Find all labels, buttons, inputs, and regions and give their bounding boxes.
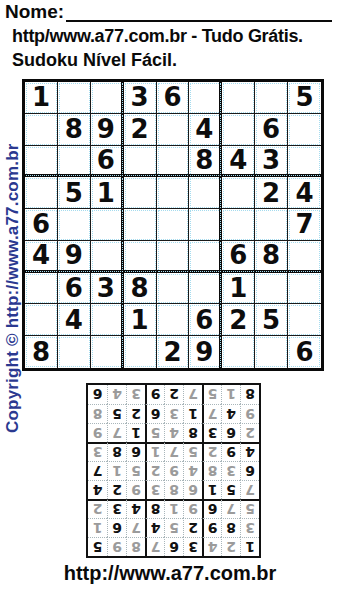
solution-cell: 3 xyxy=(221,461,240,480)
puzzle-cell xyxy=(288,241,321,273)
solution-cell: 5 xyxy=(107,404,126,423)
name-label: Nome: xyxy=(5,1,64,22)
solution-cell: 6 xyxy=(183,480,202,499)
puzzle-cell xyxy=(189,177,222,209)
solution-cell: 6 xyxy=(164,537,183,556)
sudoku-solution-grid-rotated: 1243678953892547615769184327516839246384… xyxy=(86,383,261,558)
puzzle-cell: 8 xyxy=(189,146,222,178)
sudoku-puzzle-grid: 136589246684351246749686381416258296 xyxy=(22,79,324,371)
solution-cell: 3 xyxy=(126,385,145,404)
puzzle-cell xyxy=(58,82,91,114)
solution-cell: 9 xyxy=(107,537,126,556)
solution-cell: 2 xyxy=(88,499,107,518)
puzzle-cell: 8 xyxy=(25,336,58,368)
puzzle-cell xyxy=(189,209,222,241)
solution-cell: 3 xyxy=(240,518,259,537)
puzzle-cell: 9 xyxy=(58,241,91,273)
solution-cell: 5 xyxy=(221,480,240,499)
solution-cell: 8 xyxy=(107,442,126,461)
solution-cell: 5 xyxy=(183,442,202,461)
solution-cell: 4 xyxy=(145,518,164,537)
solution-cell: 3 xyxy=(164,404,183,423)
solution-cell: 6 xyxy=(107,518,126,537)
puzzle-cell: 6 xyxy=(91,146,124,178)
puzzle-cell xyxy=(124,146,157,178)
puzzle-cell xyxy=(189,241,222,273)
puzzle-cell: 1 xyxy=(91,177,124,209)
puzzle-cell: 9 xyxy=(91,114,124,146)
solution-cell: 9 xyxy=(88,423,107,442)
puzzle-cell xyxy=(58,146,91,178)
solution-cell: 2 xyxy=(145,461,164,480)
solution-cell: 8 xyxy=(240,385,259,404)
solution-cell: 5 xyxy=(240,499,259,518)
worksheet-page: Nome: http/www.a77.com.br - Tudo Grátis.… xyxy=(0,0,340,596)
solution-cell: 3 xyxy=(107,499,126,518)
puzzle-cell: 3 xyxy=(91,273,124,305)
puzzle-cell xyxy=(25,146,58,178)
solution-cell: 4 xyxy=(240,442,259,461)
puzzle-cell: 5 xyxy=(288,82,321,114)
solution-cell: 5 xyxy=(202,385,221,404)
puzzle-cell xyxy=(91,336,124,368)
solution-cell: 7 xyxy=(202,404,221,423)
solution-cell: 9 xyxy=(202,518,221,537)
solution-cell: 6 xyxy=(221,423,240,442)
solution-cell: 5 xyxy=(164,518,183,537)
puzzle-cell xyxy=(157,273,190,305)
puzzle-cell xyxy=(157,114,190,146)
puzzle-cell xyxy=(222,177,255,209)
solution-cell: 7 xyxy=(126,518,145,537)
solution-cell: 9 xyxy=(126,480,145,499)
puzzle-cell xyxy=(124,336,157,368)
puzzle-cell: 7 xyxy=(288,209,321,241)
solution-cell: 8 xyxy=(164,480,183,499)
puzzle-cell xyxy=(91,82,124,114)
puzzle-cell: 6 xyxy=(25,209,58,241)
puzzle-cell xyxy=(58,336,91,368)
puzzle-cell: 6 xyxy=(157,82,190,114)
puzzle-cell: 8 xyxy=(255,241,288,273)
puzzle-cell xyxy=(25,304,58,336)
solution-cell: 9 xyxy=(240,404,259,423)
puzzle-cell: 4 xyxy=(58,304,91,336)
solution-cell: 2 xyxy=(240,423,259,442)
solution-cell: 1 xyxy=(164,499,183,518)
solution-cell: 8 xyxy=(88,404,107,423)
puzzle-cell xyxy=(58,209,91,241)
solution-cell: 4 xyxy=(107,385,126,404)
puzzle-cell xyxy=(25,273,58,305)
puzzle-cell xyxy=(255,209,288,241)
puzzle-cell: 3 xyxy=(124,82,157,114)
solution-cell: 9 xyxy=(164,461,183,480)
solution-cell: 2 xyxy=(183,518,202,537)
solution-cell: 1 xyxy=(221,385,240,404)
solution-cell: 8 xyxy=(145,499,164,518)
puzzle-cell: 2 xyxy=(255,177,288,209)
solution-cell: 8 xyxy=(126,537,145,556)
puzzle-cell: 5 xyxy=(255,304,288,336)
puzzle-cell: 5 xyxy=(58,177,91,209)
solution-cell: 7 xyxy=(183,385,202,404)
name-fill-line xyxy=(66,1,332,22)
puzzle-cell: 6 xyxy=(58,273,91,305)
puzzle-cell: 6 xyxy=(189,304,222,336)
puzzle-cell xyxy=(157,209,190,241)
puzzle-cell xyxy=(124,241,157,273)
puzzle-cell xyxy=(124,177,157,209)
puzzle-cell xyxy=(25,177,58,209)
puzzle-cell: 6 xyxy=(222,241,255,273)
puzzle-cell: 8 xyxy=(58,114,91,146)
puzzle-cell xyxy=(91,209,124,241)
solution-cell: 9 xyxy=(221,442,240,461)
solution-cell: 2 xyxy=(221,537,240,556)
solution-cell: 1 xyxy=(107,461,126,480)
puzzle-cell xyxy=(91,241,124,273)
solution-cell: 6 xyxy=(88,385,107,404)
solution-cell: 9 xyxy=(145,385,164,404)
puzzle-cell: 1 xyxy=(124,304,157,336)
solution-cell: 4 xyxy=(183,461,202,480)
solution-cell: 1 xyxy=(202,480,221,499)
footer-url: http://www.a77.com.br xyxy=(0,562,340,585)
solution-cell: 4 xyxy=(221,404,240,423)
puzzle-cell xyxy=(255,273,288,305)
puzzle-cell xyxy=(25,114,58,146)
solution-cell: 1 xyxy=(88,518,107,537)
solution-cell: 1 xyxy=(145,442,164,461)
puzzle-cell: 4 xyxy=(222,146,255,178)
solution-cell: 8 xyxy=(202,461,221,480)
solution-cell: 8 xyxy=(221,518,240,537)
puzzle-cell xyxy=(255,336,288,368)
solution-cell: 5 xyxy=(145,423,164,442)
solution-cell: 2 xyxy=(107,480,126,499)
solution-cell: 9 xyxy=(183,499,202,518)
puzzle-cell xyxy=(288,146,321,178)
puzzle-cell: 4 xyxy=(189,114,222,146)
puzzle-cell: 2 xyxy=(222,304,255,336)
solution-cell: 6 xyxy=(126,442,145,461)
solution-cell: 3 xyxy=(183,537,202,556)
puzzle-cell xyxy=(222,209,255,241)
solution-cell: 1 xyxy=(240,537,259,556)
solution-cell: 5 xyxy=(126,461,145,480)
puzzle-cell xyxy=(157,241,190,273)
puzzle-cell: 3 xyxy=(255,146,288,178)
puzzle-cell xyxy=(124,209,157,241)
solution-cell: 7 xyxy=(164,442,183,461)
puzzle-cell: 1 xyxy=(25,82,58,114)
solution-cell: 4 xyxy=(202,537,221,556)
solution-cell: 8 xyxy=(183,423,202,442)
solution-cell: 7 xyxy=(88,461,107,480)
solution-cell: 3 xyxy=(88,442,107,461)
solution-cell: 2 xyxy=(126,404,145,423)
solution-cell: 7 xyxy=(107,423,126,442)
solution-cell: 1 xyxy=(183,404,202,423)
solution-cell: 7 xyxy=(221,499,240,518)
solution-cell: 4 xyxy=(164,423,183,442)
puzzle-cell: 6 xyxy=(288,336,321,368)
puzzle-cell xyxy=(157,177,190,209)
puzzle-cell xyxy=(288,114,321,146)
puzzle-cell xyxy=(189,82,222,114)
puzzle-cell: 1 xyxy=(222,273,255,305)
site-tagline: http/www.a77.com.br - Tudo Grátis. xyxy=(12,26,303,47)
puzzle-cell: 2 xyxy=(124,114,157,146)
puzzle-cell: 4 xyxy=(288,177,321,209)
puzzle-cell xyxy=(288,273,321,305)
puzzle-level-title: Sudoku Nível Fácil. xyxy=(12,50,177,71)
solution-cell: 7 xyxy=(240,480,259,499)
puzzle-cell xyxy=(157,304,190,336)
solution-cell: 3 xyxy=(145,480,164,499)
puzzle-cell xyxy=(288,304,321,336)
solution-cell: 4 xyxy=(126,499,145,518)
puzzle-cell: 2 xyxy=(157,336,190,368)
puzzle-cell xyxy=(91,304,124,336)
puzzle-cell: 9 xyxy=(189,336,222,368)
solution-cell: 1 xyxy=(126,423,145,442)
solution-cell: 6 xyxy=(202,499,221,518)
puzzle-cell: 8 xyxy=(124,273,157,305)
puzzle-cell xyxy=(189,273,222,305)
puzzle-cell: 4 xyxy=(25,241,58,273)
puzzle-cell xyxy=(222,114,255,146)
solution-cell: 2 xyxy=(164,385,183,404)
puzzle-cell xyxy=(157,146,190,178)
solution-cell: 7 xyxy=(145,537,164,556)
solution-cell: 3 xyxy=(202,423,221,442)
copyright-vertical-text: Copyright © http://www.a77.com.br xyxy=(3,81,23,433)
solution-cell: 6 xyxy=(240,461,259,480)
puzzle-cell xyxy=(255,82,288,114)
solution-cell: 5 xyxy=(88,537,107,556)
solution-cell: 6 xyxy=(145,404,164,423)
solution-cell: 4 xyxy=(88,480,107,499)
puzzle-cell: 6 xyxy=(255,114,288,146)
puzzle-cell xyxy=(222,82,255,114)
solution-cell: 2 xyxy=(202,442,221,461)
name-row: Nome: xyxy=(5,1,332,22)
puzzle-cell xyxy=(222,336,255,368)
